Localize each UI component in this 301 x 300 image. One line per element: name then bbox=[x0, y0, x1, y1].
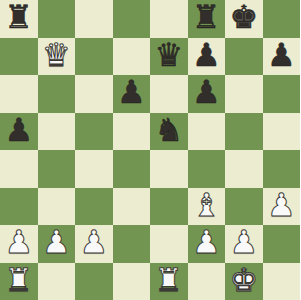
square-e8[interactable] bbox=[150, 0, 188, 38]
white-bishop[interactable]: ♝ bbox=[192, 187, 221, 225]
white-pawn[interactable]: ♟ bbox=[267, 187, 296, 225]
square-h8[interactable] bbox=[263, 0, 301, 38]
square-e2[interactable] bbox=[150, 225, 188, 263]
white-rook[interactable]: ♜ bbox=[4, 262, 33, 300]
square-e6[interactable] bbox=[150, 75, 188, 113]
square-h3[interactable]: ♟ bbox=[263, 188, 301, 226]
square-f2[interactable]: ♟ bbox=[188, 225, 226, 263]
square-d1[interactable] bbox=[113, 263, 151, 300]
square-b2[interactable]: ♟ bbox=[38, 225, 76, 263]
square-b4[interactable] bbox=[38, 150, 76, 188]
white-rook[interactable]: ♜ bbox=[154, 262, 183, 300]
square-e7[interactable]: ♛ bbox=[150, 38, 188, 76]
white-pawn[interactable]: ♟ bbox=[79, 224, 108, 262]
square-g3[interactable] bbox=[225, 188, 263, 226]
square-c7[interactable] bbox=[75, 38, 113, 76]
square-b6[interactable] bbox=[38, 75, 76, 113]
square-c1[interactable] bbox=[75, 263, 113, 300]
black-pawn[interactable]: ♟ bbox=[192, 37, 221, 75]
square-g6[interactable] bbox=[225, 75, 263, 113]
square-e4[interactable] bbox=[150, 150, 188, 188]
square-d6[interactable]: ♟ bbox=[113, 75, 151, 113]
square-d5[interactable] bbox=[113, 113, 151, 151]
square-g1[interactable]: ♚ bbox=[225, 263, 263, 300]
black-king[interactable]: ♚ bbox=[229, 0, 258, 37]
square-d7[interactable] bbox=[113, 38, 151, 76]
white-queen[interactable]: ♛ bbox=[42, 37, 71, 75]
square-f7[interactable]: ♟ bbox=[188, 38, 226, 76]
square-a2[interactable]: ♟ bbox=[0, 225, 38, 263]
square-f8[interactable]: ♜ bbox=[188, 0, 226, 38]
square-c4[interactable] bbox=[75, 150, 113, 188]
chess-board: ♜♜♚♛♛♟♟♟♟♟♞♝♟♟♟♟♟♟♜♜♚ bbox=[0, 0, 300, 300]
square-h4[interactable] bbox=[263, 150, 301, 188]
square-c3[interactable] bbox=[75, 188, 113, 226]
black-pawn[interactable]: ♟ bbox=[192, 74, 221, 112]
square-g2[interactable]: ♟ bbox=[225, 225, 263, 263]
square-b3[interactable] bbox=[38, 188, 76, 226]
white-pawn[interactable]: ♟ bbox=[4, 224, 33, 262]
square-f6[interactable]: ♟ bbox=[188, 75, 226, 113]
black-pawn[interactable]: ♟ bbox=[267, 37, 296, 75]
square-a8[interactable]: ♜ bbox=[0, 0, 38, 38]
square-a1[interactable]: ♜ bbox=[0, 263, 38, 300]
chess-board-container: ♜♜♚♛♛♟♟♟♟♟♞♝♟♟♟♟♟♟♜♜♚ bbox=[0, 0, 300, 300]
black-pawn[interactable]: ♟ bbox=[117, 74, 146, 112]
square-f1[interactable] bbox=[188, 263, 226, 300]
square-h6[interactable] bbox=[263, 75, 301, 113]
square-c5[interactable] bbox=[75, 113, 113, 151]
square-f5[interactable] bbox=[188, 113, 226, 151]
square-a4[interactable] bbox=[0, 150, 38, 188]
square-d4[interactable] bbox=[113, 150, 151, 188]
square-d3[interactable] bbox=[113, 188, 151, 226]
black-rook[interactable]: ♜ bbox=[192, 0, 221, 37]
white-pawn[interactable]: ♟ bbox=[192, 224, 221, 262]
square-d8[interactable] bbox=[113, 0, 151, 38]
square-h5[interactable] bbox=[263, 113, 301, 151]
square-b7[interactable]: ♛ bbox=[38, 38, 76, 76]
square-a5[interactable]: ♟ bbox=[0, 113, 38, 151]
square-d2[interactable] bbox=[113, 225, 151, 263]
square-c2[interactable]: ♟ bbox=[75, 225, 113, 263]
square-h2[interactable] bbox=[263, 225, 301, 263]
square-g4[interactable] bbox=[225, 150, 263, 188]
black-rook[interactable]: ♜ bbox=[4, 0, 33, 37]
white-pawn[interactable]: ♟ bbox=[42, 224, 71, 262]
white-king[interactable]: ♚ bbox=[229, 262, 258, 300]
square-e3[interactable] bbox=[150, 188, 188, 226]
square-g7[interactable] bbox=[225, 38, 263, 76]
square-f3[interactable]: ♝ bbox=[188, 188, 226, 226]
black-queen[interactable]: ♛ bbox=[154, 37, 183, 75]
square-a7[interactable] bbox=[0, 38, 38, 76]
square-e5[interactable]: ♞ bbox=[150, 113, 188, 151]
square-b1[interactable] bbox=[38, 263, 76, 300]
square-b5[interactable] bbox=[38, 113, 76, 151]
square-h7[interactable]: ♟ bbox=[263, 38, 301, 76]
square-f4[interactable] bbox=[188, 150, 226, 188]
white-pawn[interactable]: ♟ bbox=[229, 224, 258, 262]
square-g8[interactable]: ♚ bbox=[225, 0, 263, 38]
square-c6[interactable] bbox=[75, 75, 113, 113]
square-h1[interactable] bbox=[263, 263, 301, 300]
square-a3[interactable] bbox=[0, 188, 38, 226]
black-knight[interactable]: ♞ bbox=[154, 112, 183, 150]
square-g5[interactable] bbox=[225, 113, 263, 151]
black-pawn[interactable]: ♟ bbox=[4, 112, 33, 150]
square-a6[interactable] bbox=[0, 75, 38, 113]
square-e1[interactable]: ♜ bbox=[150, 263, 188, 300]
square-b8[interactable] bbox=[38, 0, 76, 38]
square-c8[interactable] bbox=[75, 0, 113, 38]
